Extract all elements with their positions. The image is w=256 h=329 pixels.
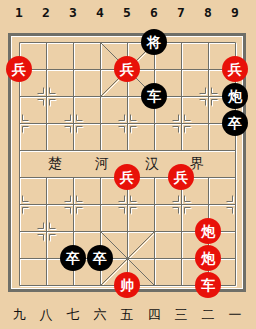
file-label-bottom: 九: [13, 306, 26, 324]
file-label-bottom: 一: [229, 306, 242, 324]
piece-red-chariot[interactable]: 车: [195, 272, 221, 298]
piece-black-soldier[interactable]: 卒: [60, 245, 86, 271]
river-label-chu: 楚: [48, 156, 62, 170]
file-label-top: 8: [204, 5, 212, 20]
xiangqi-app: { "game": "xiangqi", "position": { "fen"…: [0, 0, 256, 329]
file-label-top: 7: [177, 5, 185, 20]
file-label-bottom: 三: [175, 306, 188, 324]
river-label-he: 河: [95, 156, 109, 170]
file-label-top: 4: [96, 5, 104, 20]
piece-red-soldier[interactable]: 兵: [114, 164, 140, 190]
file-label-bottom: 八: [40, 306, 53, 324]
file-label-bottom: 四: [148, 306, 161, 324]
piece-black-cannon[interactable]: 炮: [222, 83, 248, 109]
file-label-bottom: 六: [94, 306, 107, 324]
piece-red-cannon[interactable]: 炮: [195, 218, 221, 244]
file-label-top: 9: [231, 5, 239, 20]
piece-red-soldier[interactable]: 兵: [114, 56, 140, 82]
piece-red-soldier[interactable]: 兵: [222, 56, 248, 82]
river-label-han: 汉: [145, 156, 159, 170]
river-label-jie: 界: [190, 156, 204, 170]
file-label-top: 2: [42, 5, 50, 20]
piece-red-cannon[interactable]: 炮: [195, 245, 221, 271]
piece-red-general[interactable]: 帅: [114, 272, 140, 298]
piece-red-soldier[interactable]: 兵: [6, 56, 32, 82]
file-label-top: 5: [123, 5, 131, 20]
file-label-top: 3: [69, 5, 77, 20]
board[interactable]: 楚 河 汉 界 将兵兵兵车炮卒兵兵炮卒卒炮帅车: [8, 33, 246, 292]
piece-black-general[interactable]: 将: [141, 29, 167, 55]
piece-black-soldier[interactable]: 卒: [87, 245, 113, 271]
piece-red-soldier[interactable]: 兵: [168, 164, 194, 190]
file-label-top: 1: [15, 5, 23, 20]
piece-black-soldier[interactable]: 卒: [222, 110, 248, 136]
file-label-top: 6: [150, 5, 158, 20]
file-label-bottom: 五: [121, 306, 134, 324]
file-label-bottom: 七: [67, 306, 80, 324]
piece-black-chariot[interactable]: 车: [141, 83, 167, 109]
file-label-bottom: 二: [202, 306, 215, 324]
